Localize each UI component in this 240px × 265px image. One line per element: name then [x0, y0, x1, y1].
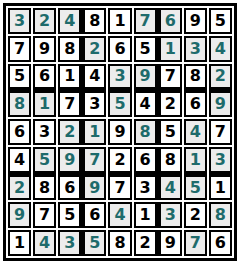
cell-r5c7[interactable]: 5: [159, 119, 182, 145]
cell-r7c6[interactable]: 3: [134, 175, 157, 201]
cell-r9c6[interactable]: 2: [134, 230, 157, 256]
cell-r3c2[interactable]: 6: [33, 64, 56, 90]
cell-r2c3[interactable]: 8: [58, 36, 81, 62]
cell-r1c2: 2: [33, 8, 56, 34]
cell-r9c9[interactable]: 6: [209, 230, 232, 256]
cell-r1c4[interactable]: 8: [83, 8, 106, 34]
cell-r1c9[interactable]: 5: [209, 8, 232, 34]
cell-r1c7: 6: [159, 8, 182, 34]
cell-r5c9[interactable]: 7: [209, 119, 232, 145]
cell-r9c2: 4: [33, 230, 56, 256]
cell-r1c8[interactable]: 9: [184, 8, 207, 34]
cell-r1c3: 4: [58, 8, 81, 34]
cell-r5c6: 8: [134, 119, 157, 145]
cell-r9c4: 5: [83, 230, 106, 256]
cell-r2c4: 2: [83, 36, 106, 62]
cell-r6c9: 3: [209, 147, 232, 173]
cell-r9c1[interactable]: 1: [8, 230, 31, 256]
cell-r3c6: 9: [134, 64, 157, 90]
cell-r4c2: 1: [33, 91, 56, 117]
cell-r6c2: 5: [33, 147, 56, 173]
cell-r9c3: 3: [58, 230, 81, 256]
cell-r3c8[interactable]: 8: [184, 64, 207, 90]
cell-r9c7[interactable]: 9: [159, 230, 182, 256]
cell-r8c2[interactable]: 7: [33, 202, 56, 228]
cell-r7c7: 4: [159, 175, 182, 201]
cell-r2c1[interactable]: 7: [8, 36, 31, 62]
cell-r4c7[interactable]: 2: [159, 91, 182, 117]
cell-r6c7[interactable]: 8: [159, 147, 182, 173]
cell-r2c9: 4: [209, 36, 232, 62]
cell-r7c3[interactable]: 6: [58, 175, 81, 201]
cell-r3c3[interactable]: 1: [58, 64, 81, 90]
cell-r4c1: 8: [8, 91, 31, 117]
cell-r8c3[interactable]: 5: [58, 202, 81, 228]
sudoku-board: 3248176957982651345614397828173542696321…: [3, 3, 237, 261]
cell-r6c1[interactable]: 4: [8, 147, 31, 173]
cell-r4c5: 5: [108, 91, 131, 117]
cell-r7c5[interactable]: 7: [108, 175, 131, 201]
cell-r8c8[interactable]: 2: [184, 202, 207, 228]
cell-r4c8[interactable]: 6: [184, 91, 207, 117]
cell-r3c5: 3: [108, 64, 131, 90]
cell-r8c1: 9: [8, 202, 31, 228]
cell-r8c7: 3: [159, 202, 182, 228]
cell-r3c9: 2: [209, 64, 232, 90]
cell-r5c8: 4: [184, 119, 207, 145]
cell-r8c4[interactable]: 6: [83, 202, 106, 228]
cell-r4c6[interactable]: 4: [134, 91, 157, 117]
cell-r8c9: 8: [209, 202, 232, 228]
cell-r7c9[interactable]: 1: [209, 175, 232, 201]
cell-r3c4[interactable]: 4: [83, 64, 106, 90]
cell-r7c4: 9: [83, 175, 106, 201]
cell-r5c2[interactable]: 3: [33, 119, 56, 145]
cell-r1c5[interactable]: 1: [108, 8, 131, 34]
cell-r4c3[interactable]: 7: [58, 91, 81, 117]
cell-r6c4: 7: [83, 147, 106, 173]
cell-r1c1: 3: [8, 8, 31, 34]
cell-r6c6[interactable]: 6: [134, 147, 157, 173]
cell-r4c9: 9: [209, 91, 232, 117]
cell-r7c2[interactable]: 8: [33, 175, 56, 201]
cell-r9c5[interactable]: 8: [108, 230, 131, 256]
cell-r5c4: 1: [83, 119, 106, 145]
cell-r2c7: 1: [159, 36, 182, 62]
cell-r8c6[interactable]: 1: [134, 202, 157, 228]
cell-r1c6: 7: [134, 8, 157, 34]
cell-r3c1[interactable]: 5: [8, 64, 31, 90]
cell-r3c7[interactable]: 7: [159, 64, 182, 90]
cell-r5c1[interactable]: 6: [8, 119, 31, 145]
cell-r6c3: 9: [58, 147, 81, 173]
cell-r2c6[interactable]: 5: [134, 36, 157, 62]
cell-r7c1: 2: [8, 175, 31, 201]
cell-r5c5[interactable]: 9: [108, 119, 131, 145]
cell-r4c4[interactable]: 3: [83, 91, 106, 117]
cell-r5c3: 2: [58, 119, 81, 145]
cell-r6c5[interactable]: 2: [108, 147, 131, 173]
cell-r2c8: 3: [184, 36, 207, 62]
cell-r2c2[interactable]: 9: [33, 36, 56, 62]
cell-r2c5[interactable]: 6: [108, 36, 131, 62]
cell-r9c8: 7: [184, 230, 207, 256]
cell-r7c8: 5: [184, 175, 207, 201]
cell-r8c5: 4: [108, 202, 131, 228]
cell-r6c8: 1: [184, 147, 207, 173]
